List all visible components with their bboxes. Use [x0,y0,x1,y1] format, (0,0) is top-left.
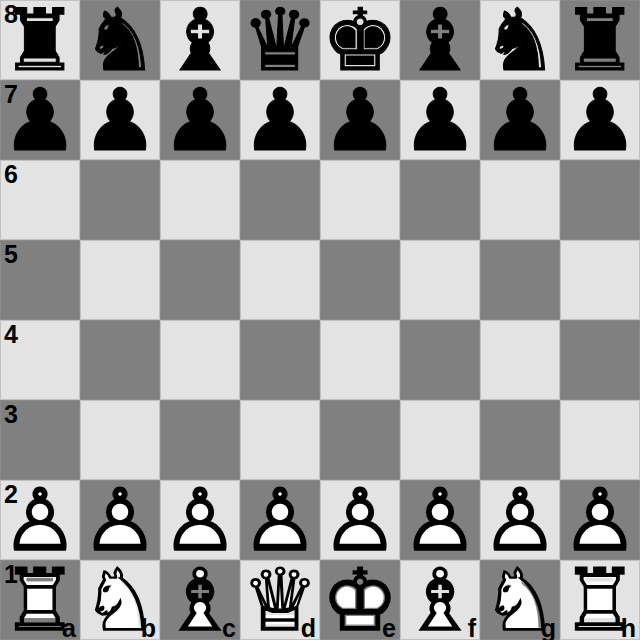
square-f8[interactable]: ♝ [400,0,480,80]
square-f3[interactable] [400,400,480,480]
square-c4[interactable] [160,320,240,400]
square-a8[interactable]: 8♜ [0,0,80,80]
square-h4[interactable] [560,320,640,400]
square-g4[interactable] [480,320,560,400]
white-pawn-outline: ♙ [160,480,240,560]
square-a2[interactable]: 2♟♙ [0,480,80,560]
square-c7[interactable]: ♟ [160,80,240,160]
white-pawn-icon[interactable]: ♟♙ [160,480,240,560]
black-knight-icon[interactable]: ♞ [480,0,560,80]
square-f5[interactable] [400,240,480,320]
white-pawn-outline: ♙ [320,480,400,560]
square-f4[interactable] [400,320,480,400]
file-label-c: c [222,615,236,640]
square-d4[interactable] [240,320,320,400]
black-pawn-icon[interactable]: ♟ [480,80,560,160]
black-pawn-body: ♟ [160,80,240,160]
square-g3[interactable] [480,400,560,480]
rank-label-1: 1 [4,560,18,588]
square-a7[interactable]: 7♟ [0,80,80,160]
black-bishop-body: ♝ [400,0,480,80]
square-f2[interactable]: ♟♙ [400,480,480,560]
black-pawn-body: ♟ [480,80,560,160]
white-pawn-outline: ♙ [80,480,160,560]
square-f6[interactable] [400,160,480,240]
square-b2[interactable]: ♟♙ [80,480,160,560]
white-pawn-icon[interactable]: ♟♙ [240,480,320,560]
black-pawn-icon[interactable]: ♟ [240,80,320,160]
square-b4[interactable] [80,320,160,400]
black-pawn-icon[interactable]: ♟ [560,80,640,160]
square-g1[interactable]: g♞♘ [480,560,560,640]
file-label-d: d [301,615,316,640]
square-h3[interactable] [560,400,640,480]
square-e2[interactable]: ♟♙ [320,480,400,560]
square-g8[interactable]: ♞ [480,0,560,80]
black-pawn-icon[interactable]: ♟ [400,80,480,160]
square-e4[interactable] [320,320,400,400]
black-pawn-body: ♟ [80,80,160,160]
square-g5[interactable] [480,240,560,320]
square-d7[interactable]: ♟ [240,80,320,160]
black-queen-icon[interactable]: ♛ [240,0,320,80]
white-pawn-outline: ♙ [400,480,480,560]
black-knight-body: ♞ [480,0,560,80]
black-pawn-body: ♟ [320,80,400,160]
black-pawn-body: ♟ [560,80,640,160]
rank-label-3: 3 [4,400,18,428]
square-d8[interactable]: ♛ [240,0,320,80]
rank-label-6: 6 [4,160,18,188]
square-h2[interactable]: ♟♙ [560,480,640,560]
square-c8[interactable]: ♝ [160,0,240,80]
black-pawn-body: ♟ [400,80,480,160]
square-d3[interactable] [240,400,320,480]
square-c6[interactable] [160,160,240,240]
file-label-g: g [541,615,556,640]
square-c5[interactable] [160,240,240,320]
square-g6[interactable] [480,160,560,240]
black-pawn-icon[interactable]: ♟ [80,80,160,160]
square-c1[interactable]: c♝♗ [160,560,240,640]
square-e1[interactable]: e♚♔ [320,560,400,640]
file-label-e: e [382,615,396,640]
black-queen-body: ♛ [240,0,320,80]
square-b3[interactable] [80,400,160,480]
square-h1[interactable]: h♜♖ [560,560,640,640]
file-label-h: h [621,615,636,640]
black-knight-body: ♞ [80,0,160,80]
square-h7[interactable]: ♟ [560,80,640,160]
white-pawn-outline: ♙ [480,480,560,560]
file-label-a: a [62,615,76,640]
black-knight-icon[interactable]: ♞ [80,0,160,80]
square-e3[interactable] [320,400,400,480]
file-label-b: b [141,615,156,640]
square-b5[interactable] [80,240,160,320]
square-d1[interactable]: d♛♕ [240,560,320,640]
black-bishop-body: ♝ [160,0,240,80]
square-g7[interactable]: ♟ [480,80,560,160]
white-pawn-icon[interactable]: ♟♙ [400,480,480,560]
square-a6[interactable]: 6 [0,160,80,240]
rank-label-7: 7 [4,80,18,108]
square-e8[interactable]: ♚ [320,0,400,80]
square-a3[interactable]: 3 [0,400,80,480]
rank-label-2: 2 [4,480,18,508]
square-d5[interactable] [240,240,320,320]
rank-label-5: 5 [4,240,18,268]
square-a4[interactable]: 4 [0,320,80,400]
black-bishop-icon[interactable]: ♝ [400,0,480,80]
square-c2[interactable]: ♟♙ [160,480,240,560]
black-bishop-icon[interactable]: ♝ [160,0,240,80]
square-b7[interactable]: ♟ [80,80,160,160]
rank-label-4: 4 [4,320,18,348]
square-d2[interactable]: ♟♙ [240,480,320,560]
square-e6[interactable] [320,160,400,240]
black-pawn-icon[interactable]: ♟ [160,80,240,160]
white-pawn-icon[interactable]: ♟♙ [320,480,400,560]
square-h6[interactable] [560,160,640,240]
square-f1[interactable]: f♝♗ [400,560,480,640]
black-rook-icon[interactable]: ♜ [560,0,640,80]
square-a5[interactable]: 5 [0,240,80,320]
black-king-icon[interactable]: ♚ [320,0,400,80]
file-label-f: f [468,615,476,640]
square-d6[interactable] [240,160,320,240]
square-b6[interactable] [80,160,160,240]
black-pawn-body: ♟ [240,80,320,160]
white-pawn-outline: ♙ [240,480,320,560]
square-c3[interactable] [160,400,240,480]
square-b8[interactable]: ♞ [80,0,160,80]
white-pawn-icon[interactable]: ♟♙ [80,480,160,560]
square-h8[interactable]: ♜ [560,0,640,80]
black-king-body: ♚ [320,0,400,80]
square-e5[interactable] [320,240,400,320]
square-f7[interactable]: ♟ [400,80,480,160]
black-rook-body: ♜ [560,0,640,80]
black-pawn-icon[interactable]: ♟ [320,80,400,160]
square-g2[interactable]: ♟♙ [480,480,560,560]
white-pawn-icon[interactable]: ♟♙ [480,480,560,560]
white-pawn-icon[interactable]: ♟♙ [560,480,640,560]
white-pawn-outline: ♙ [560,480,640,560]
square-h5[interactable] [560,240,640,320]
rank-label-8: 8 [4,0,18,28]
square-b1[interactable]: b♞♘ [80,560,160,640]
square-a1[interactable]: 1a♜♖ [0,560,80,640]
square-e7[interactable]: ♟ [320,80,400,160]
chess-board: 8♜♞♝♛♚♝♞♜7♟♟♟♟♟♟♟♟65432♟♙♟♙♟♙♟♙♟♙♟♙♟♙♟♙1… [0,0,640,640]
